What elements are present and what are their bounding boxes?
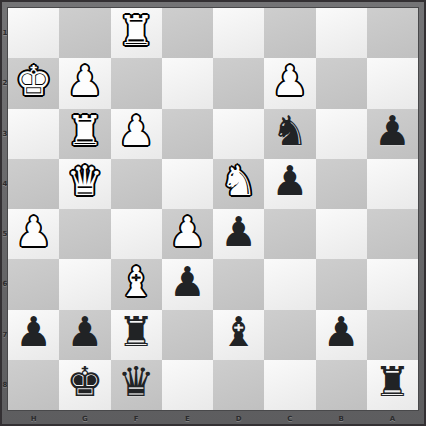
white-pawn-piece: ♟ [271, 61, 308, 102]
file-label-d: D [213, 411, 264, 426]
square-f1[interactable]: ♜ [111, 8, 162, 58]
square-f2[interactable] [111, 58, 162, 108]
square-c5[interactable] [264, 209, 315, 259]
square-f4[interactable] [111, 159, 162, 209]
square-e4[interactable] [162, 159, 213, 209]
square-e1[interactable] [162, 8, 213, 58]
black-pawn-piece: ♟ [66, 312, 103, 353]
file-label-a: A [367, 411, 418, 426]
square-b3[interactable] [316, 109, 367, 159]
black-pawn-piece: ♟ [323, 312, 360, 353]
square-b2[interactable] [316, 58, 367, 108]
square-e3[interactable] [162, 109, 213, 159]
square-g1[interactable] [59, 8, 110, 58]
white-pawn-piece: ♟ [66, 61, 103, 102]
square-b7[interactable]: ♟ [316, 310, 367, 360]
square-c7[interactable] [264, 310, 315, 360]
file-label-g: G [59, 411, 110, 426]
square-h6[interactable] [8, 259, 59, 309]
file-label-e: E [162, 411, 213, 426]
square-h2[interactable]: ♚ [8, 58, 59, 108]
square-f5[interactable] [111, 209, 162, 259]
square-d5[interactable]: ♟ [213, 209, 264, 259]
square-a7[interactable] [367, 310, 418, 360]
square-e5[interactable]: ♟ [162, 209, 213, 259]
black-pawn-piece: ♟ [169, 262, 206, 303]
square-c4[interactable]: ♟ [264, 159, 315, 209]
square-h7[interactable]: ♟ [8, 310, 59, 360]
square-b6[interactable] [316, 259, 367, 309]
black-bishop-piece: ♝ [220, 312, 257, 353]
square-g6[interactable] [59, 259, 110, 309]
white-rook-piece: ♜ [118, 11, 155, 52]
white-queen-piece: ♛ [66, 161, 103, 202]
square-f7[interactable]: ♜ [111, 310, 162, 360]
square-a4[interactable] [367, 159, 418, 209]
file-label-h: H [8, 411, 59, 426]
white-pawn-piece: ♟ [169, 212, 206, 253]
white-knight-piece: ♞ [220, 161, 257, 202]
square-g2[interactable]: ♟ [59, 58, 110, 108]
black-queen-piece: ♛ [118, 362, 155, 403]
square-g5[interactable] [59, 209, 110, 259]
square-a6[interactable] [367, 259, 418, 309]
square-c6[interactable] [264, 259, 315, 309]
square-c3[interactable]: ♞ [264, 109, 315, 159]
square-h8[interactable] [8, 360, 59, 410]
black-knight-piece: ♞ [271, 111, 308, 152]
square-h1[interactable] [8, 8, 59, 58]
square-c8[interactable] [264, 360, 315, 410]
square-a2[interactable] [367, 58, 418, 108]
file-label-c: C [264, 411, 315, 426]
square-d8[interactable] [213, 360, 264, 410]
square-d1[interactable] [213, 8, 264, 58]
square-d6[interactable] [213, 259, 264, 309]
white-rook-piece: ♜ [66, 111, 103, 152]
square-f8[interactable]: ♛ [111, 360, 162, 410]
black-king-piece: ♚ [66, 362, 103, 403]
square-b5[interactable] [316, 209, 367, 259]
square-a8[interactable]: ♜ [367, 360, 418, 410]
square-a3[interactable]: ♟ [367, 109, 418, 159]
square-h4[interactable] [8, 159, 59, 209]
square-d4[interactable]: ♞ [213, 159, 264, 209]
square-e2[interactable] [162, 58, 213, 108]
square-g8[interactable]: ♚ [59, 360, 110, 410]
square-d3[interactable] [213, 109, 264, 159]
square-f3[interactable]: ♟ [111, 109, 162, 159]
chess-board: ♜♚♟♟♜♟♞♟♛♞♟♟♟♟♝♟♟♟♜♝♟♚♛♜ [8, 8, 418, 410]
black-pawn-piece: ♟ [220, 212, 257, 253]
square-g7[interactable]: ♟ [59, 310, 110, 360]
black-rook-piece: ♜ [374, 362, 411, 403]
square-c1[interactable] [264, 8, 315, 58]
black-pawn-piece: ♟ [271, 161, 308, 202]
square-e6[interactable]: ♟ [162, 259, 213, 309]
square-d2[interactable] [213, 58, 264, 108]
black-pawn-piece: ♟ [374, 111, 411, 152]
square-e8[interactable] [162, 360, 213, 410]
white-king-piece: ♚ [15, 61, 52, 102]
square-h5[interactable]: ♟ [8, 209, 59, 259]
square-c2[interactable]: ♟ [264, 58, 315, 108]
square-b8[interactable] [316, 360, 367, 410]
square-h3[interactable] [8, 109, 59, 159]
black-rook-piece: ♜ [118, 312, 155, 353]
white-pawn-piece: ♟ [118, 111, 155, 152]
file-label-f: F [111, 411, 162, 426]
square-a5[interactable] [367, 209, 418, 259]
file-labels: HGFEDCBA [8, 411, 418, 426]
square-f6[interactable]: ♝ [111, 259, 162, 309]
square-b1[interactable] [316, 8, 367, 58]
square-e7[interactable] [162, 310, 213, 360]
file-label-b: B [316, 411, 367, 426]
white-pawn-piece: ♟ [15, 212, 52, 253]
square-g4[interactable]: ♛ [59, 159, 110, 209]
square-a1[interactable] [367, 8, 418, 58]
white-bishop-piece: ♝ [118, 262, 155, 303]
square-g3[interactable]: ♜ [59, 109, 110, 159]
square-b4[interactable] [316, 159, 367, 209]
square-d7[interactable]: ♝ [213, 310, 264, 360]
black-pawn-piece: ♟ [15, 312, 52, 353]
chess-board-frame: 12345678 ♜♚♟♟♜♟♞♟♛♞♟♟♟♟♝♟♟♟♜♝♟♚♛♜ HGFEDC… [0, 0, 426, 426]
